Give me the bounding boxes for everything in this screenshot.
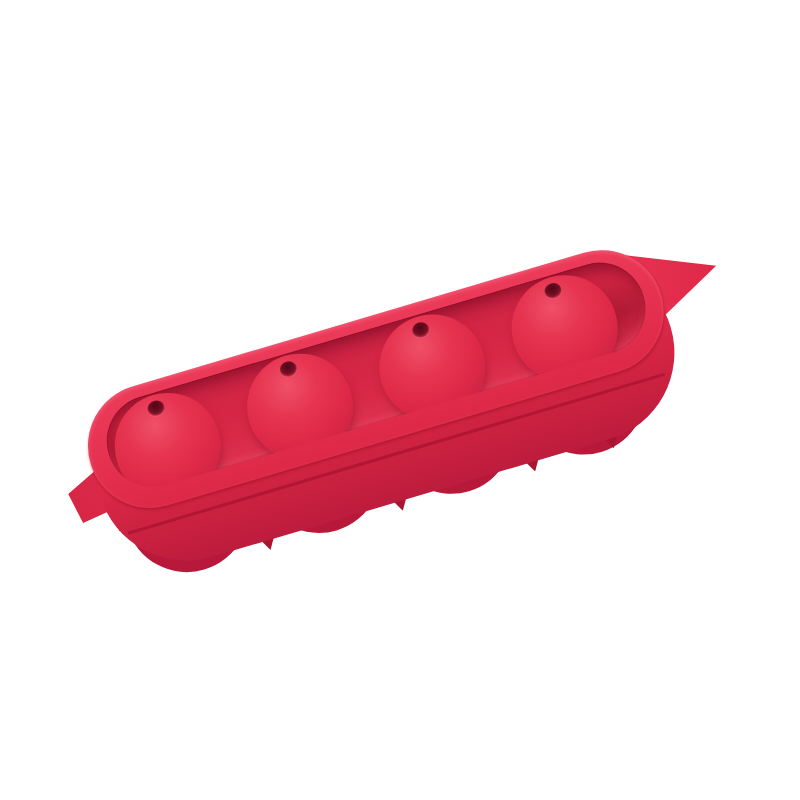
vent-hole bbox=[543, 281, 564, 300]
vent-hole bbox=[278, 359, 299, 378]
product-photo bbox=[0, 0, 800, 800]
vent-hole bbox=[410, 320, 431, 339]
ice-ball-mold bbox=[25, 214, 771, 606]
vent-hole bbox=[146, 399, 167, 418]
